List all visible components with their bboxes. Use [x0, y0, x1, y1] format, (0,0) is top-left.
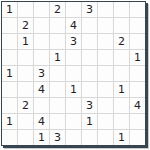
cell-r9c9[interactable]: [130, 130, 145, 145]
cell-r5c9[interactable]: [130, 66, 145, 81]
cell-r4c9[interactable]: 1: [130, 50, 145, 65]
cell-r4c1[interactable]: [2, 50, 17, 65]
cell-r7c9[interactable]: 4: [130, 98, 145, 113]
cell-r4c8[interactable]: [114, 50, 129, 65]
cell-r1c1[interactable]: 1: [2, 2, 17, 17]
cell-r6c2[interactable]: [18, 82, 33, 97]
cell-r4c4[interactable]: 1: [50, 50, 65, 65]
cell-r6c1[interactable]: [2, 82, 17, 97]
cell-r2c5[interactable]: 4: [66, 18, 81, 33]
cell-r5c8[interactable]: [114, 66, 129, 81]
cell-r8c8[interactable]: [114, 114, 129, 129]
cell-r4c6[interactable]: [82, 50, 97, 65]
cell-r1c8[interactable]: [114, 2, 129, 17]
cell-r9c7[interactable]: [98, 130, 113, 145]
cell-r7c4[interactable]: [50, 98, 65, 113]
cell-r5c6[interactable]: [82, 66, 97, 81]
cell-r9c4[interactable]: 3: [50, 130, 65, 145]
cell-r8c5[interactable]: [66, 114, 81, 129]
cell-r2c1[interactable]: [2, 18, 17, 33]
cell-r8c2[interactable]: [18, 114, 33, 129]
cell-r9c1[interactable]: [2, 130, 17, 145]
cell-r7c7[interactable]: [98, 98, 113, 113]
cell-r2c3[interactable]: [34, 18, 49, 33]
cell-r3c8[interactable]: 2: [114, 34, 129, 49]
cell-r4c7[interactable]: [98, 50, 113, 65]
cell-r8c9[interactable]: [130, 114, 145, 129]
cell-r5c7[interactable]: [98, 66, 113, 81]
cell-r3c4[interactable]: [50, 34, 65, 49]
cell-r1c9[interactable]: [130, 2, 145, 17]
cell-r7c8[interactable]: [114, 98, 129, 113]
cell-r8c3[interactable]: 4: [34, 114, 49, 129]
cell-r1c4[interactable]: 2: [50, 2, 65, 17]
cell-r8c7[interactable]: [98, 114, 113, 129]
cell-r8c4[interactable]: [50, 114, 65, 129]
cell-r3c2[interactable]: 1: [18, 34, 33, 49]
cell-r6c6[interactable]: [82, 82, 97, 97]
cell-r9c2[interactable]: [18, 130, 33, 145]
cell-r7c6[interactable]: 3: [82, 98, 97, 113]
cell-r6c8[interactable]: 1: [114, 82, 129, 97]
cell-r4c2[interactable]: [18, 50, 33, 65]
cell-r2c2[interactable]: 2: [18, 18, 33, 33]
cell-r3c9[interactable]: [130, 34, 145, 49]
cell-r1c2[interactable]: [18, 2, 33, 17]
cell-r3c6[interactable]: [82, 34, 97, 49]
cell-r8c1[interactable]: 1: [2, 114, 17, 129]
cell-r2c6[interactable]: [82, 18, 97, 33]
cell-r9c3[interactable]: 1: [34, 130, 49, 145]
cell-r3c7[interactable]: [98, 34, 113, 49]
cell-r2c7[interactable]: [98, 18, 113, 33]
cell-r5c4[interactable]: [50, 66, 65, 81]
cell-r3c3[interactable]: [34, 34, 49, 49]
cell-r2c9[interactable]: [130, 18, 145, 33]
cell-r6c7[interactable]: [98, 82, 113, 97]
cell-r6c9[interactable]: [130, 82, 145, 97]
puzzle-board: 123241321113411234141131: [1, 1, 146, 146]
cell-r6c4[interactable]: [50, 82, 65, 97]
cell-r4c5[interactable]: [66, 50, 81, 65]
cell-r2c4[interactable]: [50, 18, 65, 33]
cell-r5c2[interactable]: [18, 66, 33, 81]
cell-r1c5[interactable]: [66, 2, 81, 17]
cell-r7c3[interactable]: [34, 98, 49, 113]
cell-r1c3[interactable]: [34, 2, 49, 17]
cell-r6c3[interactable]: 4: [34, 82, 49, 97]
cell-r9c5[interactable]: [66, 130, 81, 145]
cell-r9c6[interactable]: [82, 130, 97, 145]
cell-r1c6[interactable]: 3: [82, 2, 97, 17]
cell-r7c5[interactable]: [66, 98, 81, 113]
cell-r8c6[interactable]: 1: [82, 114, 97, 129]
cell-r1c7[interactable]: [98, 2, 113, 17]
cell-r3c5[interactable]: 3: [66, 34, 81, 49]
cell-r3c1[interactable]: [2, 34, 17, 49]
cell-r5c3[interactable]: 3: [34, 66, 49, 81]
cell-r7c2[interactable]: 2: [18, 98, 33, 113]
cell-r6c5[interactable]: 1: [66, 82, 81, 97]
cell-r4c3[interactable]: [34, 50, 49, 65]
cell-r5c1[interactable]: 1: [2, 66, 17, 81]
cell-r9c8[interactable]: 1: [114, 130, 129, 145]
cell-r5c5[interactable]: [66, 66, 81, 81]
cell-r7c1[interactable]: [2, 98, 17, 113]
cell-r2c8[interactable]: [114, 18, 129, 33]
